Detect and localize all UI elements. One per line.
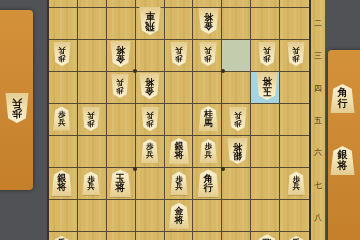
piece-kanji: 将: [262, 76, 272, 86]
square-86[interactable]: [78, 136, 107, 168]
piece-kanji: 兵: [12, 98, 22, 109]
square-44[interactable]: [193, 72, 222, 104]
piece-kanji: 兵: [263, 46, 271, 54]
piece-kanji: 兵: [58, 46, 66, 54]
piece-kanji: 兵: [175, 46, 183, 54]
piece-kanji: 兵: [205, 151, 213, 159]
square-82[interactable]: [78, 8, 107, 40]
square-63[interactable]: [136, 40, 165, 72]
piece-gote-pawn[interactable]: 歩兵: [258, 42, 276, 66]
square-15[interactable]: [280, 104, 309, 136]
piece-gote-pawn[interactable]: 歩兵: [229, 107, 247, 131]
piece-kanji: 将: [204, 12, 213, 22]
square-27[interactable]: [251, 168, 280, 200]
piece-kanji: 玉: [262, 86, 272, 96]
square-78[interactable]: [107, 200, 136, 232]
piece-kanji: 将: [145, 77, 154, 87]
square-59[interactable]: [165, 232, 194, 240]
square-12[interactable]: [280, 8, 309, 40]
square-37[interactable]: [222, 168, 251, 200]
piece-kanji: 兵: [146, 151, 154, 159]
piece-gote-pawn[interactable]: 歩兵: [287, 42, 305, 66]
piece-gote-pawn[interactable]: 歩兵: [53, 42, 71, 66]
square-32[interactable]: [222, 8, 251, 40]
piece-gote-gold[interactable]: 金将: [110, 41, 131, 67]
piece-gote-pawn[interactable]: 歩兵: [170, 42, 188, 66]
square-68[interactable]: [136, 200, 165, 232]
piece-kanji: 将: [233, 142, 242, 152]
piece-kanji: 将: [175, 151, 184, 161]
square-75[interactable]: [107, 104, 136, 136]
square-79[interactable]: [107, 232, 136, 240]
piece-kanji: 兵: [234, 111, 242, 119]
square-92[interactable]: [49, 8, 78, 40]
square-39[interactable]: [222, 232, 251, 240]
piece-kanji: 兵: [205, 46, 213, 54]
piece-kanji: 行: [338, 98, 348, 109]
piece-kanji: 金: [204, 21, 213, 31]
square-48[interactable]: [193, 200, 222, 232]
piece-kanji: 兵: [175, 183, 183, 191]
square-31[interactable]: [222, 0, 251, 8]
piece-kanji: 行: [204, 183, 214, 193]
square-67[interactable]: [136, 168, 165, 200]
piece-kanji: 馬: [204, 118, 213, 127]
square-33-last-move-from[interactable]: [222, 40, 251, 72]
piece-kanji: 兵: [146, 111, 154, 119]
rank-label-8: 八: [311, 212, 325, 223]
square-52[interactable]: [165, 8, 194, 40]
square-91[interactable]: [49, 0, 78, 8]
square-28[interactable]: [251, 200, 280, 232]
square-18[interactable]: [280, 200, 309, 232]
piece-kanji: 兵: [293, 46, 301, 54]
square-81[interactable]: [78, 0, 107, 8]
square-49[interactable]: [193, 232, 222, 240]
square-54[interactable]: [165, 72, 194, 104]
star-point: [221, 167, 225, 171]
square-94[interactable]: [49, 72, 78, 104]
piece-kanji: 歩: [12, 108, 22, 119]
piece-kanji: 飛: [145, 21, 155, 31]
square-14[interactable]: [280, 72, 309, 104]
piece-kanji: 車: [145, 11, 155, 21]
square-88[interactable]: [78, 200, 107, 232]
square-16[interactable]: [280, 136, 309, 168]
piece-kanji: 将: [338, 160, 348, 171]
rank-label-6: 六: [311, 147, 325, 158]
square-55[interactable]: [165, 104, 194, 136]
square-71[interactable]: [107, 0, 136, 8]
square-25[interactable]: [251, 104, 280, 136]
square-21[interactable]: [251, 0, 280, 8]
square-98[interactable]: [49, 200, 78, 232]
piece-kanji: 兵: [87, 183, 95, 191]
square-51[interactable]: [165, 0, 194, 8]
piece-kanji: 将: [116, 44, 125, 54]
piece-kanji: 兵: [117, 78, 125, 86]
rank-label-4: 四: [311, 83, 325, 94]
rank-label-5: 五: [311, 115, 325, 126]
rank-label-7: 七: [311, 180, 325, 191]
square-72[interactable]: [107, 8, 136, 40]
piece-kanji: 将: [175, 216, 184, 226]
piece-kanji: 将: [57, 183, 66, 193]
square-41[interactable]: [193, 0, 222, 8]
square-61[interactable]: [136, 0, 165, 8]
square-69[interactable]: [136, 232, 165, 240]
square-96[interactable]: [49, 136, 78, 168]
piece-kanji: 兵: [293, 183, 301, 191]
square-38[interactable]: [222, 200, 251, 232]
square-11[interactable]: [280, 0, 309, 8]
piece-gote-pawn[interactable]: 歩兵: [199, 42, 217, 66]
sente-hand-stand: [328, 50, 360, 240]
piece-kanji: 兵: [87, 111, 95, 119]
piece-gote-pawn[interactable]: 歩兵: [82, 107, 100, 131]
piece-gote-pawn[interactable]: 歩兵: [141, 107, 159, 131]
square-76[interactable]: [107, 136, 136, 168]
shogi-app-screen: 香車桂馬桂馬香車飛車金将歩兵金将歩兵歩兵歩兵歩兵歩兵金将玉将歩兵歩兵歩兵桂馬歩兵…: [0, 0, 360, 240]
piece-kanji: 将: [116, 183, 126, 193]
rank-label-2: 二: [311, 18, 325, 29]
square-34[interactable]: [222, 72, 251, 104]
star-point: [133, 167, 137, 171]
square-83[interactable]: [78, 40, 107, 72]
rank-label-3: 三: [311, 50, 325, 61]
square-84[interactable]: [78, 72, 107, 104]
piece-kanji: 兵: [58, 118, 66, 126]
square-26[interactable]: [251, 136, 280, 168]
square-89[interactable]: [78, 232, 107, 240]
square-22[interactable]: [251, 8, 280, 40]
